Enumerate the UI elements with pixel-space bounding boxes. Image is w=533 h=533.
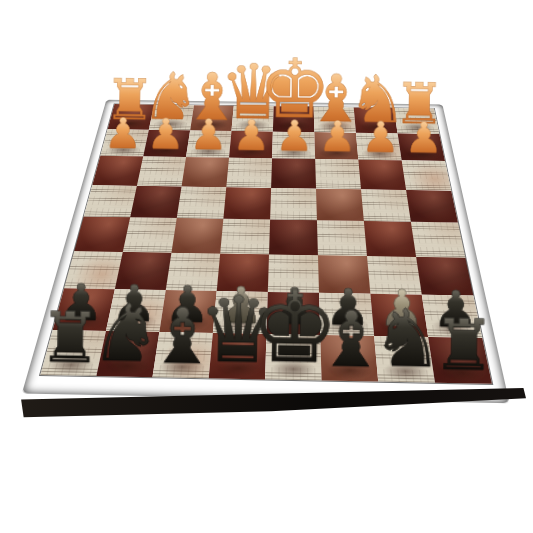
dark-rook[interactable]: ♜ <box>432 310 496 381</box>
square-r4c0[interactable] <box>74 216 130 251</box>
amber-pawn[interactable]: ♟ <box>189 113 227 156</box>
square-r4c2[interactable] <box>171 218 223 253</box>
square-r7c5[interactable]: ♝ <box>320 334 378 381</box>
amber-pawn[interactable]: ♟ <box>275 115 313 158</box>
amber-pawn[interactable]: ♟ <box>103 112 141 154</box>
square-r1c3[interactable]: ♟ <box>229 131 273 159</box>
square-r1c7[interactable]: ♟ <box>398 133 445 161</box>
amber-pawn[interactable]: ♟ <box>318 115 357 158</box>
square-r4c4[interactable] <box>269 219 318 254</box>
amber-pawn[interactable]: ♟ <box>361 116 400 159</box>
square-r3c7[interactable] <box>406 190 458 223</box>
square-r3c2[interactable] <box>177 186 227 218</box>
square-r3c0[interactable] <box>84 185 137 217</box>
square-r7c7[interactable]: ♜ <box>428 336 492 383</box>
square-r1c4[interactable]: ♟ <box>272 131 315 159</box>
square-r4c3[interactable] <box>220 219 270 254</box>
square-r2c5[interactable] <box>315 159 361 189</box>
board-grid: ♜♞♝♛♚♝♞♜♟♟♟♟♟♟♟♟♟♟♟♟♟♟♟♟♜♞♝♛♚♝♞♜ <box>40 104 492 384</box>
amber-pawn[interactable]: ♟ <box>146 113 184 156</box>
chess-board: ♜♞♝♛♚♝♞♜♟♟♟♟♟♟♟♟♟♟♟♟♟♟♟♟♜♞♝♛♚♝♞♜ <box>22 100 510 403</box>
square-r1c1[interactable]: ♟ <box>143 130 190 158</box>
square-r3c1[interactable] <box>130 186 181 218</box>
square-r2c6[interactable] <box>358 160 406 190</box>
square-r3c4[interactable] <box>270 188 317 221</box>
amber-pawn[interactable]: ♟ <box>232 114 270 157</box>
square-r4c7[interactable] <box>411 222 465 258</box>
square-r3c3[interactable] <box>223 187 271 219</box>
square-r2c4[interactable] <box>271 158 316 188</box>
square-r4c1[interactable] <box>123 217 177 252</box>
square-r7c4[interactable]: ♚ <box>265 333 322 380</box>
square-r3c6[interactable] <box>361 189 411 222</box>
square-r4c6[interactable] <box>364 221 416 257</box>
board-stage: ♜♞♝♛♚♝♞♜♟♟♟♟♟♟♟♟♟♟♟♟♟♟♟♟♜♞♝♛♚♝♞♜ <box>0 0 533 533</box>
square-r2c0[interactable] <box>92 156 143 186</box>
square-r3c5[interactable] <box>316 188 364 221</box>
square-r1c0[interactable]: ♟ <box>100 129 149 156</box>
square-r2c2[interactable] <box>182 157 229 187</box>
square-r7c6[interactable]: ♞ <box>374 335 435 382</box>
square-r2c1[interactable] <box>137 156 186 186</box>
square-r1c6[interactable]: ♟ <box>356 133 402 161</box>
square-r4c5[interactable] <box>317 220 367 256</box>
square-r1c5[interactable]: ♟ <box>314 132 358 160</box>
square-r2c7[interactable] <box>402 160 452 190</box>
chess-set-photo: ♜♞♝♛♚♝♞♜♟♟♟♟♟♟♟♟♟♟♟♟♟♟♟♟♜♞♝♛♚♝♞♜ <box>0 0 533 533</box>
amber-pawn[interactable]: ♟ <box>404 116 443 159</box>
square-r1c2[interactable]: ♟ <box>186 130 231 158</box>
square-r2c3[interactable] <box>226 158 272 188</box>
